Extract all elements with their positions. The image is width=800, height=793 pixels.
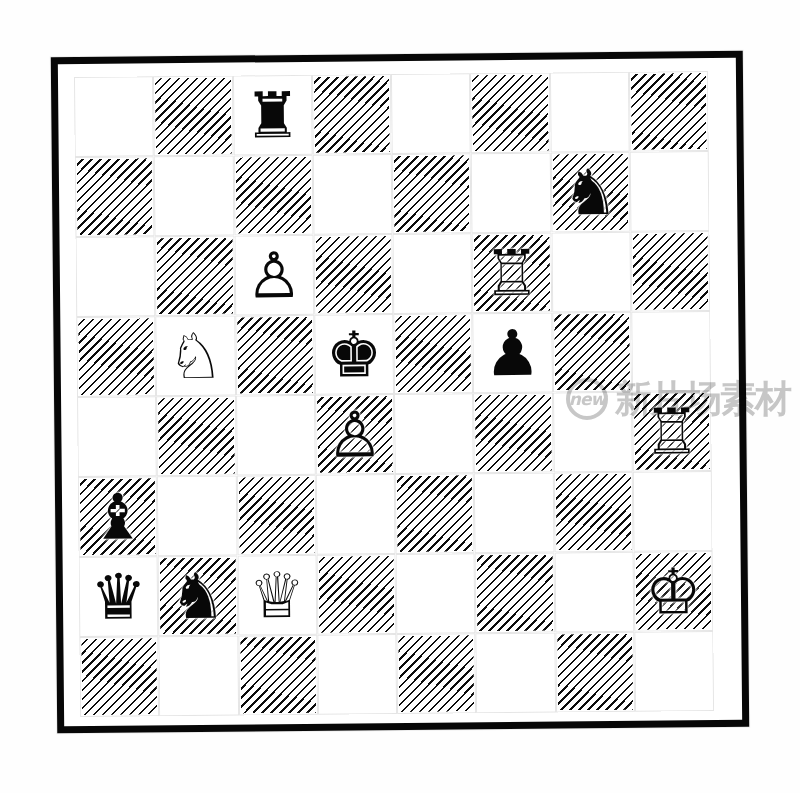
- square-a2[interactable]: ♛: [79, 556, 159, 637]
- square-f5[interactable]: ♟: [472, 313, 552, 394]
- square-b4[interactable]: [156, 396, 236, 477]
- square-b8[interactable]: [153, 76, 233, 157]
- square-f6[interactable]: ♖: [472, 233, 552, 314]
- square-h7[interactable]: [629, 151, 709, 232]
- black-bishop-a3[interactable]: ♝: [78, 476, 158, 557]
- square-e2[interactable]: [396, 553, 476, 634]
- square-a5[interactable]: [76, 316, 156, 397]
- black-knight-b2[interactable]: ♞: [158, 556, 238, 637]
- square-d4[interactable]: ♙: [315, 394, 395, 475]
- white-pawn-c6[interactable]: ♙: [234, 235, 314, 316]
- square-d5[interactable]: ♚: [314, 314, 394, 395]
- chessboard: ♜♞♙♖♘♚♟♙♖♝♛♞♕♔: [74, 71, 714, 717]
- square-a6[interactable]: [75, 236, 155, 317]
- square-h4[interactable]: ♖: [632, 391, 712, 472]
- white-knight-b5[interactable]: ♘: [156, 316, 236, 397]
- square-c4[interactable]: [236, 395, 316, 476]
- square-b1[interactable]: [159, 636, 239, 717]
- square-f7[interactable]: [471, 153, 551, 234]
- square-f3[interactable]: [474, 473, 554, 554]
- square-e1[interactable]: [396, 633, 476, 714]
- square-g2[interactable]: [554, 552, 634, 633]
- square-c1[interactable]: [238, 635, 318, 716]
- square-c6[interactable]: ♙: [234, 235, 314, 316]
- square-d2[interactable]: [316, 554, 396, 635]
- square-g5[interactable]: [552, 312, 632, 393]
- square-a3[interactable]: ♝: [78, 476, 158, 557]
- black-pawn-f5[interactable]: ♟: [472, 313, 552, 394]
- square-g7[interactable]: ♞: [550, 152, 630, 233]
- white-rook-h4[interactable]: ♖: [632, 391, 712, 472]
- square-f8[interactable]: [470, 73, 550, 154]
- black-king-d5[interactable]: ♚: [314, 314, 394, 395]
- square-e7[interactable]: [392, 153, 472, 234]
- square-c2[interactable]: ♕: [237, 555, 317, 636]
- square-d6[interactable]: [313, 234, 393, 315]
- white-rook-f6[interactable]: ♖: [472, 233, 552, 314]
- white-queen-c2[interactable]: ♕: [237, 555, 317, 636]
- square-d1[interactable]: [317, 634, 397, 715]
- square-b3[interactable]: [157, 476, 237, 557]
- square-b6[interactable]: [155, 236, 235, 317]
- square-f1[interactable]: [476, 633, 556, 714]
- square-e5[interactable]: [393, 313, 473, 394]
- square-h3[interactable]: [633, 471, 713, 552]
- square-e8[interactable]: [391, 73, 471, 154]
- square-g3[interactable]: [553, 472, 633, 553]
- square-c5[interactable]: [235, 315, 315, 396]
- square-e3[interactable]: [395, 473, 475, 554]
- chess-diagram-page: ♜♞♙♖♘♚♟♙♖♝♛♞♕♔ new 新片场素材: [0, 0, 800, 793]
- square-a8[interactable]: [74, 76, 154, 157]
- square-f4[interactable]: [473, 393, 553, 474]
- black-queen-a2[interactable]: ♛: [79, 556, 159, 637]
- square-g6[interactable]: [551, 232, 631, 313]
- square-c3[interactable]: [236, 475, 316, 556]
- square-h5[interactable]: [631, 311, 711, 392]
- square-e6[interactable]: [392, 233, 472, 314]
- chessboard-frame: ♜♞♙♖♘♚♟♙♖♝♛♞♕♔: [51, 51, 749, 734]
- square-c7[interactable]: [233, 155, 313, 236]
- square-a4[interactable]: [77, 396, 157, 477]
- black-rook-c8[interactable]: ♜: [232, 75, 312, 156]
- square-g1[interactable]: [555, 632, 635, 713]
- square-d3[interactable]: [316, 474, 396, 555]
- square-a7[interactable]: [75, 156, 155, 237]
- square-g8[interactable]: [549, 72, 629, 153]
- square-d7[interactable]: [312, 154, 392, 235]
- square-h2[interactable]: ♔: [633, 551, 713, 632]
- square-d8[interactable]: [312, 74, 392, 155]
- white-king-h2[interactable]: ♔: [633, 551, 713, 632]
- square-f2[interactable]: [475, 553, 555, 634]
- square-h8[interactable]: [629, 71, 709, 152]
- square-g4[interactable]: [553, 392, 633, 473]
- square-h6[interactable]: [630, 231, 710, 312]
- square-h1[interactable]: [634, 631, 714, 712]
- square-a1[interactable]: [79, 636, 159, 717]
- black-knight-g7[interactable]: ♞: [550, 152, 630, 233]
- square-b2[interactable]: ♞: [158, 556, 238, 637]
- square-b7[interactable]: [154, 156, 234, 237]
- square-e4[interactable]: [394, 393, 474, 474]
- white-pawn-d4[interactable]: ♙: [315, 394, 395, 475]
- square-b5[interactable]: ♘: [156, 316, 236, 397]
- square-c8[interactable]: ♜: [232, 75, 312, 156]
